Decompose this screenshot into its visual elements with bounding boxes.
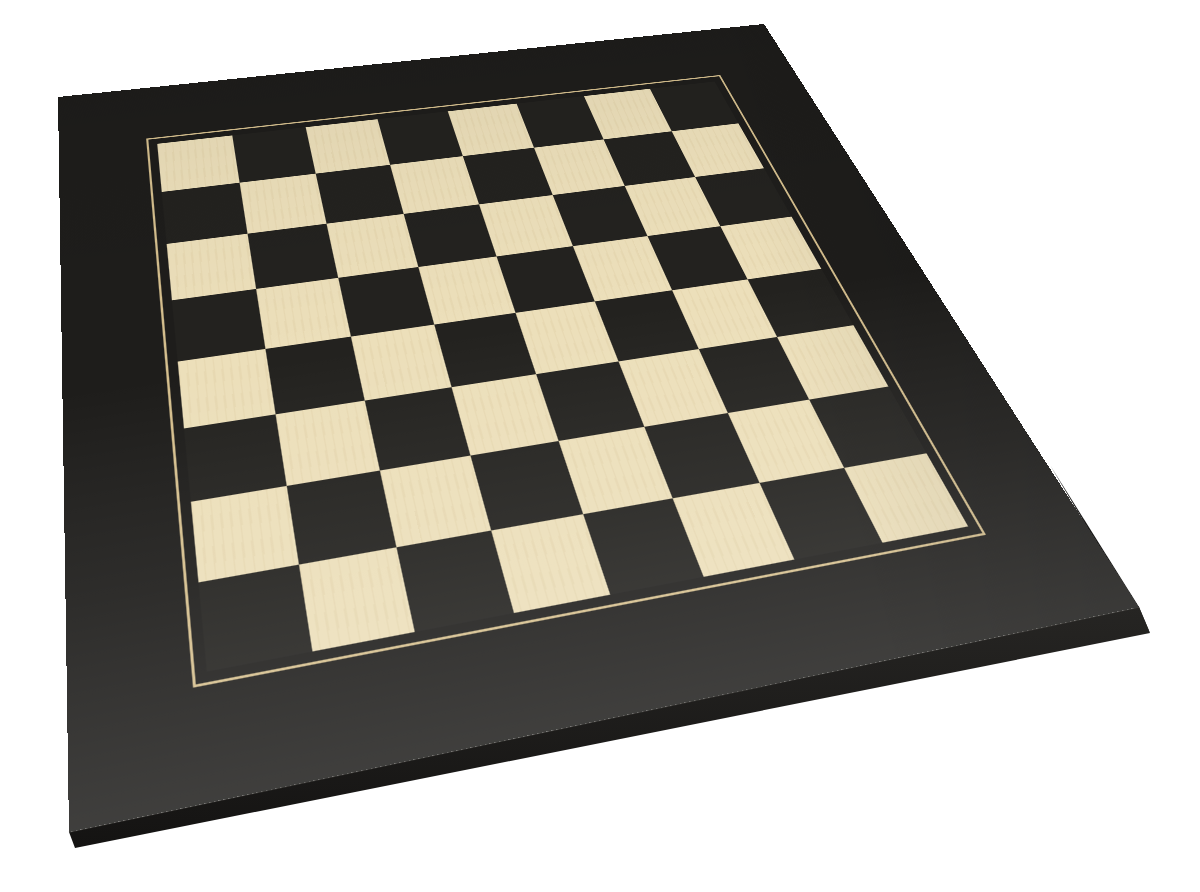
square-a1	[198, 565, 312, 672]
product-photo-canvas	[0, 0, 1200, 892]
playing-field	[157, 82, 968, 672]
square-b1	[299, 547, 415, 651]
